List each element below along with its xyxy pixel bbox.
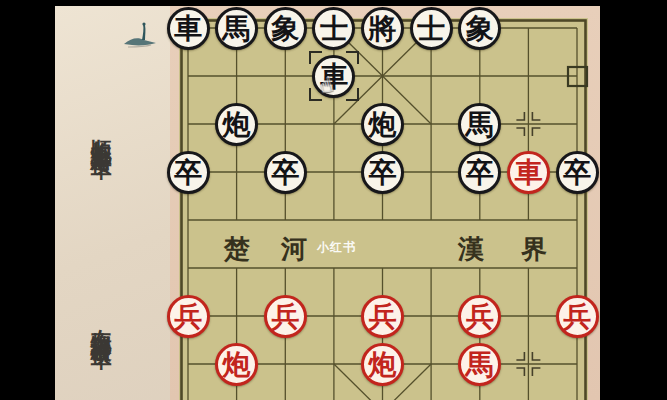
letterbox-left [0, 0, 55, 400]
crane-icon [118, 20, 164, 54]
black-horse[interactable]: 馬 [215, 7, 258, 50]
black-cannon[interactable]: 炮 [361, 103, 404, 146]
black-pawn[interactable]: 卒 [361, 151, 404, 194]
black-pawn[interactable]: 卒 [556, 151, 599, 194]
red-pawn[interactable]: 兵 [264, 295, 307, 338]
black-general[interactable]: 將 [361, 7, 404, 50]
black-pawn[interactable]: 卒 [167, 151, 210, 194]
letterbox-right [600, 0, 667, 400]
opening-title-line2: 左炮巡河破横车 [79, 232, 123, 400]
river-char: 漢 [458, 232, 484, 267]
opening-title-line1: 顺炮直车对横车 [79, 42, 123, 222]
river-char: 楚 [224, 232, 250, 267]
red-pawn[interactable]: 兵 [361, 295, 404, 338]
red-chariot[interactable]: 車 [507, 151, 550, 194]
content-area: 顺炮直车对横车 左炮巡河破横车 [55, 6, 600, 400]
black-elephant[interactable]: 象 [264, 7, 307, 50]
xiangqi-board[interactable]: 楚 河 漢 界 小红书 車馬象士將士象車炮炮馬卒卒卒卒卒車兵兵兵兵兵炮炮馬☝ [170, 6, 600, 400]
video-frame: 顺炮直车对横车 左炮巡河破横车 [0, 0, 667, 400]
black-pawn[interactable]: 卒 [458, 151, 501, 194]
red-cannon[interactable]: 炮 [215, 343, 258, 386]
black-chariot[interactable]: 車 [167, 7, 210, 50]
red-horse[interactable]: 馬 [458, 343, 501, 386]
red-cannon[interactable]: 炮 [361, 343, 404, 386]
black-elephant[interactable]: 象 [458, 7, 501, 50]
letterbox-top [0, 0, 667, 6]
river-char: 界 [521, 232, 547, 267]
black-cannon[interactable]: 炮 [215, 103, 258, 146]
river-char: 河 [281, 232, 307, 267]
red-pawn[interactable]: 兵 [556, 295, 599, 338]
red-pawn[interactable]: 兵 [167, 295, 210, 338]
watermark: 小红书 [317, 239, 356, 256]
red-pawn[interactable]: 兵 [458, 295, 501, 338]
black-advisor[interactable]: 士 [410, 7, 453, 50]
black-horse[interactable]: 馬 [458, 103, 501, 146]
black-pawn[interactable]: 卒 [264, 151, 307, 194]
board-grid [170, 6, 600, 400]
black-advisor[interactable]: 士 [312, 7, 355, 50]
